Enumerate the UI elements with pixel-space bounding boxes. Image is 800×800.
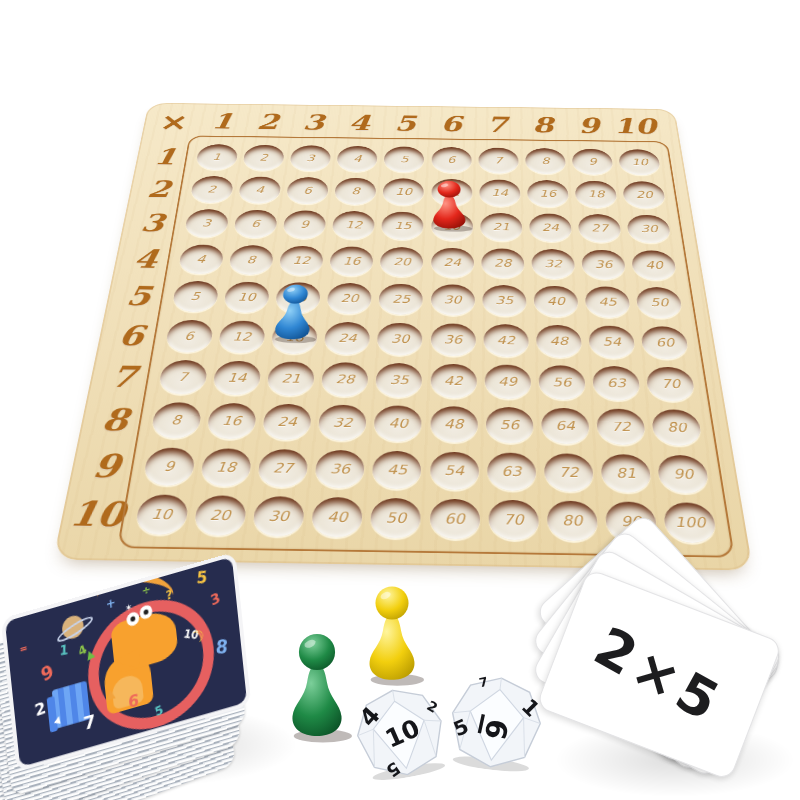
board-hole[interactable]: 6 xyxy=(286,177,329,204)
board-hole[interactable]: 3 xyxy=(183,209,229,238)
board-hole[interactable]: 40 xyxy=(631,250,678,280)
board-hole[interactable]: 40 xyxy=(311,497,363,538)
multiplication-board: × 12345678910 12345678910 12345678910246… xyxy=(53,103,753,571)
board-hole[interactable]: 54 xyxy=(430,451,479,490)
die-face-top: 7 xyxy=(478,674,489,690)
board-hole[interactable]: 20 xyxy=(193,495,247,536)
board-hole[interactable]: 8 xyxy=(150,402,202,439)
board-hole[interactable]: 64 xyxy=(540,408,590,445)
ten-sided-die-2[interactable]: 6 5 1 7 xyxy=(443,669,550,776)
board-hole[interactable]: 1 xyxy=(195,144,239,170)
column-header: 1 xyxy=(197,107,247,136)
board-hole[interactable]: 16 xyxy=(527,180,570,207)
board-hole[interactable]: 48 xyxy=(430,406,478,443)
column-header: 9 xyxy=(564,111,613,140)
card-art-item: + xyxy=(105,596,116,611)
column-header: 5 xyxy=(382,109,428,138)
board-hole[interactable]: 10 xyxy=(618,149,662,175)
board-hole[interactable]: 14 xyxy=(212,361,262,396)
board-hole[interactable]: 25 xyxy=(379,284,423,316)
board-hole[interactable]: 48 xyxy=(535,324,582,357)
card-art-item: 1 xyxy=(59,643,68,658)
board-hole[interactable]: 49 xyxy=(484,364,531,399)
board-hole[interactable]: 5 xyxy=(384,146,424,172)
board-hole[interactable]: 4 xyxy=(177,244,224,274)
board-hole[interactable]: 40 xyxy=(533,286,579,318)
board-hole[interactable]: 14 xyxy=(479,179,521,206)
board-hole[interactable]: 21 xyxy=(480,213,523,242)
column-header: 4 xyxy=(336,108,383,137)
board-hole[interactable]: 20 xyxy=(380,247,423,277)
board-hole[interactable]: 45 xyxy=(584,286,631,318)
board-hole[interactable]: 7 xyxy=(157,360,208,395)
board-hole[interactable]: 20 xyxy=(622,181,667,209)
card-art-item: 6 xyxy=(128,692,139,710)
board-hole[interactable]: 36 xyxy=(581,250,627,280)
card-art-item: = xyxy=(19,642,28,654)
board-hole[interactable]: 6 xyxy=(233,210,278,239)
board-hole[interactable]: 56 xyxy=(485,407,534,444)
board-hole[interactable]: 15 xyxy=(381,212,423,241)
board-hole[interactable]: 16 xyxy=(206,403,257,440)
board-hole[interactable]: 16 xyxy=(329,246,373,276)
answer-card-text: 2×5 xyxy=(585,614,734,735)
red-peg[interactable] xyxy=(426,177,472,235)
board-hole[interactable]: 18 xyxy=(574,181,618,208)
board-hole[interactable]: 24 xyxy=(431,248,474,278)
board-hole[interactable]: 12 xyxy=(217,320,266,353)
board-hole[interactable]: 2 xyxy=(242,144,285,170)
column-header: 10 xyxy=(610,111,660,140)
column-header: 7 xyxy=(474,110,521,139)
ten-sided-die-1[interactable]: 4 10 2 5 xyxy=(347,679,454,786)
board-hole[interactable]: 12 xyxy=(332,211,375,240)
board-hole[interactable]: 36 xyxy=(315,450,365,489)
board-hole[interactable]: 8 xyxy=(228,245,274,275)
board-hole[interactable]: 10 xyxy=(383,178,424,205)
blue-peg[interactable] xyxy=(266,280,320,346)
row-header: 1 xyxy=(140,140,189,172)
flashcard-stack[interactable]: 538109142765?+=÷▲▲▲☽✶ xyxy=(1,552,252,773)
board-hole[interactable]: 4 xyxy=(238,176,282,203)
board-hole[interactable]: 81 xyxy=(600,454,653,493)
board-hole[interactable]: 28 xyxy=(321,362,369,397)
green-pawn[interactable] xyxy=(282,628,352,746)
board-hole[interactable]: 18 xyxy=(199,448,252,487)
card-art-item: 2 xyxy=(34,700,48,720)
board-hole[interactable]: 70 xyxy=(645,367,696,402)
board-hole[interactable]: 42 xyxy=(430,364,476,399)
board-hole[interactable]: 60 xyxy=(640,326,690,359)
board-hole[interactable]: 54 xyxy=(588,325,636,358)
board-hole[interactable]: 7 xyxy=(478,147,519,173)
board-hole[interactable]: 70 xyxy=(488,500,539,541)
board-hole[interactable]: 12 xyxy=(279,246,324,276)
board-hole[interactable]: 2 xyxy=(189,176,234,203)
card-art-item: 5 xyxy=(196,569,208,587)
board-hole[interactable]: 9 xyxy=(142,447,196,486)
board-hole[interactable]: 8 xyxy=(525,148,567,174)
board-hole[interactable]: 27 xyxy=(257,449,309,488)
board-hole[interactable]: 80 xyxy=(546,501,599,542)
yellow-pawn[interactable] xyxy=(360,576,424,694)
board-hole[interactable]: 50 xyxy=(635,287,683,319)
board-hole[interactable]: 9 xyxy=(571,148,614,174)
board-hole[interactable]: 27 xyxy=(577,214,622,243)
dinosaur-jaw-art xyxy=(114,648,140,672)
board-hole[interactable]: 21 xyxy=(266,361,315,396)
card-art-item: 9 xyxy=(38,662,55,685)
board-hole[interactable]: 32 xyxy=(318,405,367,442)
card-art-item: 7 xyxy=(82,711,96,733)
board-hole[interactable]: 30 xyxy=(252,496,305,537)
board-hole[interactable]: 30 xyxy=(377,322,423,355)
board-hole[interactable]: 63 xyxy=(487,452,537,491)
board-hole[interactable]: 72 xyxy=(596,409,647,446)
board-hole[interactable]: 63 xyxy=(592,366,642,401)
board-hole[interactable]: 40 xyxy=(374,406,422,443)
multiply-symbol: × xyxy=(154,109,194,134)
board-hole[interactable]: 3 xyxy=(289,145,331,171)
board-hole[interactable]: 35 xyxy=(482,285,527,317)
card-art-item: ? xyxy=(165,589,173,603)
board-hole[interactable]: 5 xyxy=(171,281,219,312)
board-hole[interactable]: 24 xyxy=(324,322,371,355)
column-header: 2 xyxy=(243,107,292,136)
board-hole[interactable]: 8 xyxy=(334,178,376,205)
board-hole[interactable]: 35 xyxy=(376,363,423,398)
board-hole[interactable]: 100 xyxy=(663,502,719,543)
board-hole[interactable]: 4 xyxy=(337,146,378,172)
row-header: 3 xyxy=(126,205,178,240)
card-art-item: ▲ xyxy=(105,686,115,701)
board-hole[interactable]: 56 xyxy=(538,365,587,400)
planet-art xyxy=(61,613,84,641)
card-art-item: ÷ xyxy=(141,583,151,597)
board-hole[interactable]: 20 xyxy=(327,283,372,315)
board-hole[interactable]: 60 xyxy=(430,499,480,540)
board-hole[interactable]: 80 xyxy=(651,410,703,447)
answer-cards: 2×5 xyxy=(545,598,795,800)
board-hole[interactable]: 24 xyxy=(529,214,573,243)
board-hole[interactable]: 6 xyxy=(431,147,471,173)
board-hole[interactable]: 28 xyxy=(481,248,525,278)
row-header: 2 xyxy=(134,172,185,206)
board-hole[interactable]: 6 xyxy=(164,320,214,353)
board-hole[interactable]: 10 xyxy=(223,282,270,313)
board-hole[interactable]: 50 xyxy=(370,498,421,539)
column-header: 8 xyxy=(519,110,567,139)
board-hole[interactable]: 42 xyxy=(483,324,529,357)
board-hole[interactable]: 45 xyxy=(372,451,421,490)
board-hole[interactable]: 32 xyxy=(531,249,576,279)
board-hole[interactable]: 30 xyxy=(431,284,475,316)
board-hole[interactable]: 10 xyxy=(134,495,190,536)
board-hole[interactable]: 72 xyxy=(543,453,594,492)
card-art-item: 3 xyxy=(209,590,221,607)
row-header: 4 xyxy=(119,240,172,277)
column-headers: 12345678910 xyxy=(197,107,659,141)
board-hole[interactable]: 36 xyxy=(431,323,476,356)
board-hole[interactable]: 24 xyxy=(262,404,312,441)
board-hole[interactable]: 9 xyxy=(282,211,326,240)
board-hole[interactable]: 90 xyxy=(657,455,711,494)
board-hole[interactable]: 30 xyxy=(626,215,672,244)
column-header: 6 xyxy=(428,109,474,138)
column-header: 3 xyxy=(289,108,337,137)
card-art-item: 8 xyxy=(215,637,229,657)
